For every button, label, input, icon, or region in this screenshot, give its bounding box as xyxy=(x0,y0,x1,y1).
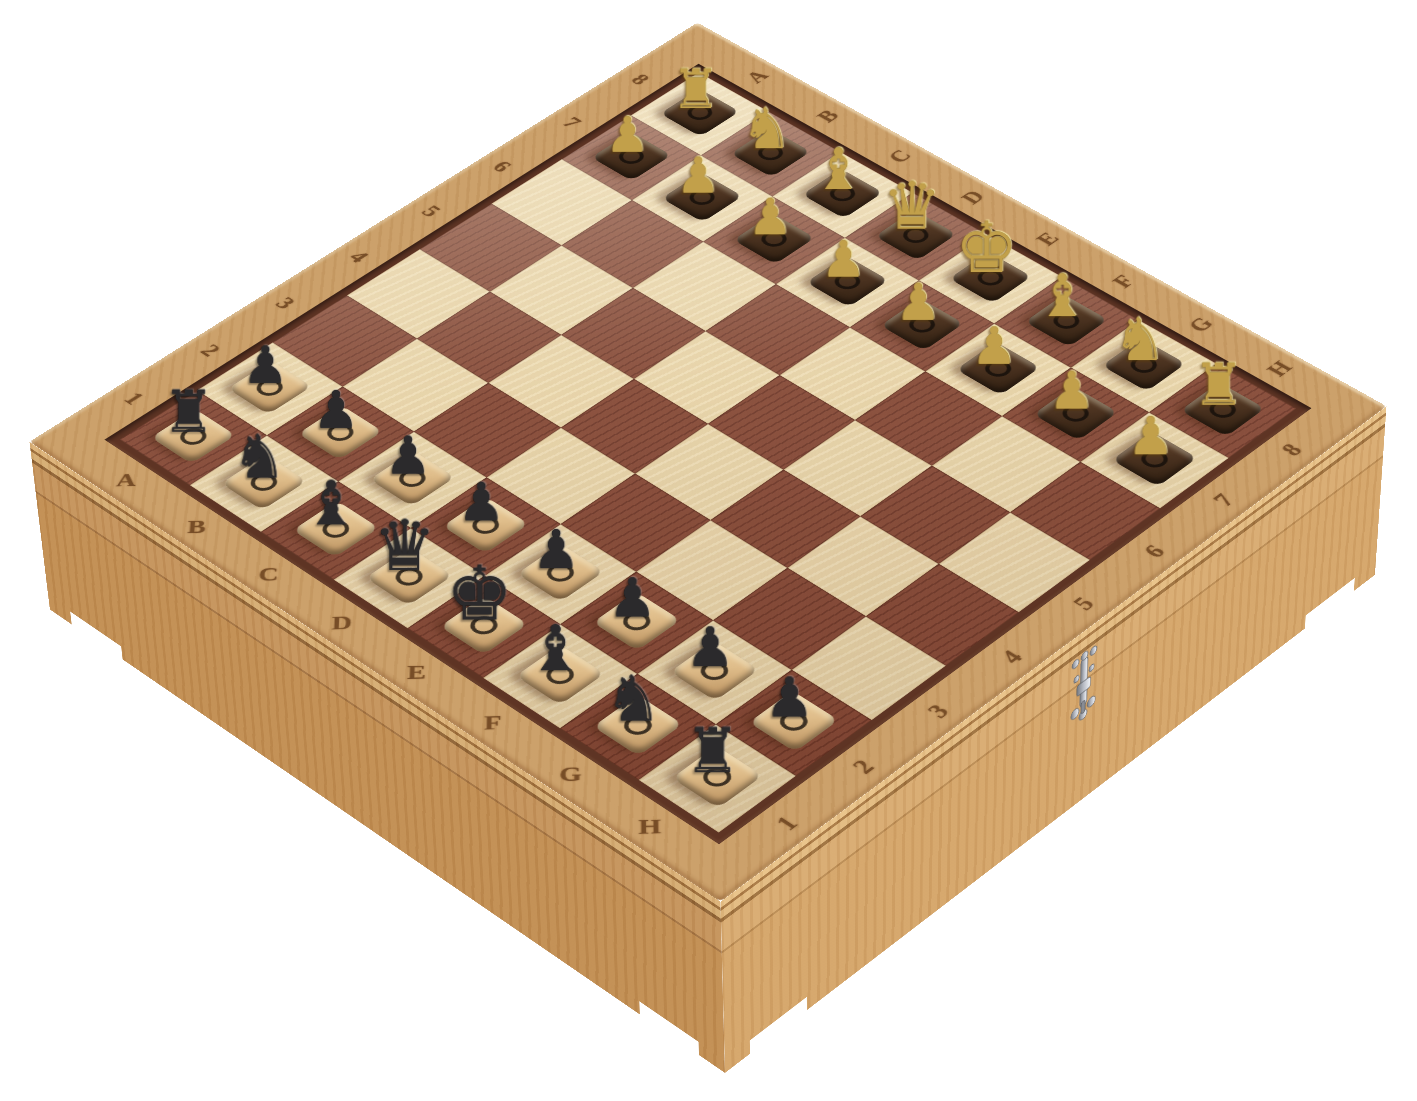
foot-notch xyxy=(70,612,122,660)
piece-white-rook-a1[interactable]: ♜ xyxy=(153,353,225,439)
rook-glyph: ♜ xyxy=(685,723,741,780)
piece-white-pawn-f2[interactable]: ♟ xyxy=(595,534,670,623)
knight-glyph: ♞ xyxy=(1113,312,1166,367)
bishop-glyph: ♝ xyxy=(813,143,864,196)
king-glyph: ♚ xyxy=(446,559,513,628)
knight-glyph: ♞ xyxy=(605,670,662,729)
pawn-glyph: ♟ xyxy=(608,574,656,624)
bishop-glyph: ♝ xyxy=(527,620,583,678)
photo-scene: AA88BB77CC66DD55EE44FF33GG22HH11 ♜♞♝♛♚♝♞… xyxy=(0,0,1417,1101)
piece-white-pawn-e2[interactable]: ♟ xyxy=(519,487,593,576)
chess-casket: AA88BB77CC66DD55EE44FF33GG22HH11 ♜♞♝♛♚♝♞… xyxy=(29,23,1386,902)
piece-black-bishop-c8[interactable]: ♝ xyxy=(804,114,873,196)
piece-black-knight-g8[interactable]: ♞ xyxy=(1104,282,1175,367)
piece-black-king-e8[interactable]: ♚ xyxy=(951,196,1021,280)
piece-white-pawn-b2[interactable]: ♟ xyxy=(300,349,372,435)
piece-black-queen-d8[interactable]: ♛ xyxy=(877,154,946,237)
piece-black-pawn-c7[interactable]: ♟ xyxy=(735,158,804,241)
pawn-glyph: ♟ xyxy=(605,113,649,158)
king-glyph: ♚ xyxy=(955,215,1018,279)
rook-glyph: ♜ xyxy=(671,65,720,115)
piece-white-pawn-d2[interactable]: ♟ xyxy=(445,440,518,528)
piece-black-pawn-f7[interactable]: ♟ xyxy=(958,286,1029,371)
piece-white-rook-h1[interactable]: ♜ xyxy=(674,688,751,780)
piece-black-pawn-b7[interactable]: ♟ xyxy=(664,117,733,199)
piece-white-pawn-h2[interactable]: ♟ xyxy=(751,633,827,724)
piece-white-queen-d1[interactable]: ♛ xyxy=(368,491,442,580)
clasp-latch-icon[interactable] xyxy=(1065,637,1102,734)
piece-black-pawn-a7[interactable]: ♟ xyxy=(593,77,661,158)
board-frame: AA88BB77CC66DD55EE44FF33GG22HH11 ♜♞♝♛♚♝♞… xyxy=(29,23,1386,902)
piece-white-pawn-c2[interactable]: ♟ xyxy=(372,394,445,481)
piece-white-knight-g1[interactable]: ♞ xyxy=(595,637,671,728)
queen-glyph: ♛ xyxy=(882,177,941,237)
bishop-glyph: ♝ xyxy=(304,475,359,531)
piece-black-pawn-e7[interactable]: ♟ xyxy=(883,242,954,326)
pawn-glyph: ♟ xyxy=(821,237,866,284)
piece-black-pawn-h7[interactable]: ♟ xyxy=(1114,375,1187,462)
pawn-glyph: ♟ xyxy=(686,623,735,673)
piece-black-rook-h8[interactable]: ♜ xyxy=(1183,326,1255,412)
pawn-glyph: ♟ xyxy=(532,526,580,575)
foot-notch xyxy=(750,997,807,1054)
knight-glyph: ♞ xyxy=(232,429,286,485)
piece-black-pawn-g7[interactable]: ♟ xyxy=(1036,330,1108,416)
pawn-glyph: ♟ xyxy=(676,154,721,200)
piece-black-knight-b8[interactable]: ♞ xyxy=(733,73,801,154)
bishop-glyph: ♝ xyxy=(1036,269,1089,323)
piece-white-king-e1[interactable]: ♚ xyxy=(442,538,517,627)
foot-notch xyxy=(639,1001,699,1055)
piece-black-rook-a8[interactable]: ♜ xyxy=(662,34,730,115)
piece-white-pawn-a2[interactable]: ♟ xyxy=(230,305,301,390)
pawn-glyph: ♟ xyxy=(242,342,288,389)
piece-white-knight-b1[interactable]: ♞ xyxy=(223,398,296,485)
pawn-glyph: ♟ xyxy=(748,195,793,241)
piece-white-bishop-c1[interactable]: ♝ xyxy=(295,444,368,532)
rook-glyph: ♜ xyxy=(1193,358,1245,411)
knight-glyph: ♞ xyxy=(741,103,792,155)
pawn-glyph: ♟ xyxy=(313,387,360,435)
pawn-glyph: ♟ xyxy=(971,323,1017,370)
rook-glyph: ♜ xyxy=(163,385,215,438)
piece-white-pawn-g2[interactable]: ♟ xyxy=(672,583,748,673)
piece-white-bishop-f1[interactable]: ♝ xyxy=(518,587,594,677)
pawn-glyph: ♟ xyxy=(1127,413,1174,461)
pawn-glyph: ♟ xyxy=(1048,368,1095,416)
pawn-glyph: ♟ xyxy=(765,673,814,724)
foot-notch xyxy=(1305,578,1355,629)
piece-black-pawn-d7[interactable]: ♟ xyxy=(808,200,878,284)
pawn-glyph: ♟ xyxy=(458,479,506,528)
pawn-glyph: ♟ xyxy=(895,280,941,327)
queen-glyph: ♛ xyxy=(373,515,436,579)
piece-black-bishop-f8[interactable]: ♝ xyxy=(1027,239,1098,323)
pieces-layer: ♜♞♝♛♚♝♞♜♟♟♟♟♟♟♟♟♟♟♟♟♟♟♟♟♜♞♝♛♚♝♞♜ xyxy=(29,23,1386,902)
pawn-glyph: ♟ xyxy=(384,433,431,481)
